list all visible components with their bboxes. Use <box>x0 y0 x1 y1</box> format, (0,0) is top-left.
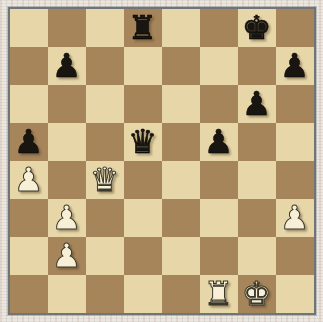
square-e5[interactable] <box>162 123 200 161</box>
square-c8[interactable] <box>86 9 124 47</box>
board-frame: ♜♚♟♟♟♟♛♟♟♛♟♟♟♜♚ <box>0 0 323 322</box>
square-b3[interactable]: ♟ <box>48 199 86 237</box>
square-e4[interactable] <box>162 161 200 199</box>
square-f7[interactable] <box>200 47 238 85</box>
piece-black-rook-d8[interactable]: ♜ <box>128 9 158 47</box>
piece-black-pawn-f5[interactable]: ♟ <box>204 123 234 161</box>
piece-black-pawn-h7[interactable]: ♟ <box>280 47 310 85</box>
square-h6[interactable] <box>276 85 314 123</box>
square-b6[interactable] <box>48 85 86 123</box>
square-b7[interactable]: ♟ <box>48 47 86 85</box>
square-g7[interactable] <box>238 47 276 85</box>
square-a3[interactable] <box>10 199 48 237</box>
piece-white-rook-f1[interactable]: ♜ <box>204 275 234 313</box>
square-f2[interactable] <box>200 237 238 275</box>
square-e2[interactable] <box>162 237 200 275</box>
square-d2[interactable] <box>124 237 162 275</box>
square-h7[interactable]: ♟ <box>276 47 314 85</box>
square-c6[interactable] <box>86 85 124 123</box>
square-d8[interactable]: ♜ <box>124 9 162 47</box>
piece-black-pawn-b7[interactable]: ♟ <box>52 47 82 85</box>
piece-white-pawn-b3[interactable]: ♟ <box>52 199 82 237</box>
square-h4[interactable] <box>276 161 314 199</box>
square-b1[interactable] <box>48 275 86 313</box>
square-d1[interactable] <box>124 275 162 313</box>
piece-black-queen-d5[interactable]: ♛ <box>128 123 158 161</box>
square-c1[interactable] <box>86 275 124 313</box>
square-e8[interactable] <box>162 9 200 47</box>
piece-white-pawn-h3[interactable]: ♟ <box>280 199 310 237</box>
square-c5[interactable] <box>86 123 124 161</box>
square-f5[interactable]: ♟ <box>200 123 238 161</box>
square-a6[interactable] <box>10 85 48 123</box>
square-b8[interactable] <box>48 9 86 47</box>
board-border: ♜♚♟♟♟♟♛♟♟♛♟♟♟♜♚ <box>8 7 316 315</box>
square-g8[interactable]: ♚ <box>238 9 276 47</box>
square-d7[interactable] <box>124 47 162 85</box>
square-c4[interactable]: ♛ <box>86 161 124 199</box>
square-h3[interactable]: ♟ <box>276 199 314 237</box>
piece-black-pawn-g6[interactable]: ♟ <box>242 85 272 123</box>
square-a5[interactable]: ♟ <box>10 123 48 161</box>
square-b5[interactable] <box>48 123 86 161</box>
square-c2[interactable] <box>86 237 124 275</box>
square-f3[interactable] <box>200 199 238 237</box>
square-g3[interactable] <box>238 199 276 237</box>
square-f1[interactable]: ♜ <box>200 275 238 313</box>
square-e6[interactable] <box>162 85 200 123</box>
square-h1[interactable] <box>276 275 314 313</box>
square-d6[interactable] <box>124 85 162 123</box>
square-d4[interactable] <box>124 161 162 199</box>
square-d5[interactable]: ♛ <box>124 123 162 161</box>
square-h5[interactable] <box>276 123 314 161</box>
square-b2[interactable]: ♟ <box>48 237 86 275</box>
square-f4[interactable] <box>200 161 238 199</box>
square-g6[interactable]: ♟ <box>238 85 276 123</box>
square-h2[interactable] <box>276 237 314 275</box>
square-c7[interactable] <box>86 47 124 85</box>
square-a7[interactable] <box>10 47 48 85</box>
square-g2[interactable] <box>238 237 276 275</box>
square-a8[interactable] <box>10 9 48 47</box>
piece-white-pawn-a4[interactable]: ♟ <box>14 161 44 199</box>
piece-black-king-g8[interactable]: ♚ <box>242 9 272 47</box>
square-d3[interactable] <box>124 199 162 237</box>
square-a1[interactable] <box>10 275 48 313</box>
square-a4[interactable]: ♟ <box>10 161 48 199</box>
piece-white-queen-c4[interactable]: ♛ <box>90 161 120 199</box>
square-a2[interactable] <box>10 237 48 275</box>
square-f8[interactable] <box>200 9 238 47</box>
square-e7[interactable] <box>162 47 200 85</box>
piece-black-pawn-a5[interactable]: ♟ <box>14 123 44 161</box>
square-g1[interactable]: ♚ <box>238 275 276 313</box>
square-e3[interactable] <box>162 199 200 237</box>
square-g4[interactable] <box>238 161 276 199</box>
square-e1[interactable] <box>162 275 200 313</box>
piece-white-pawn-b2[interactable]: ♟ <box>52 237 82 275</box>
chess-board: ♜♚♟♟♟♟♛♟♟♛♟♟♟♜♚ <box>10 9 314 313</box>
square-g5[interactable] <box>238 123 276 161</box>
square-b4[interactable] <box>48 161 86 199</box>
piece-white-king-g1[interactable]: ♚ <box>242 275 272 313</box>
square-h8[interactable] <box>276 9 314 47</box>
square-f6[interactable] <box>200 85 238 123</box>
square-c3[interactable] <box>86 199 124 237</box>
